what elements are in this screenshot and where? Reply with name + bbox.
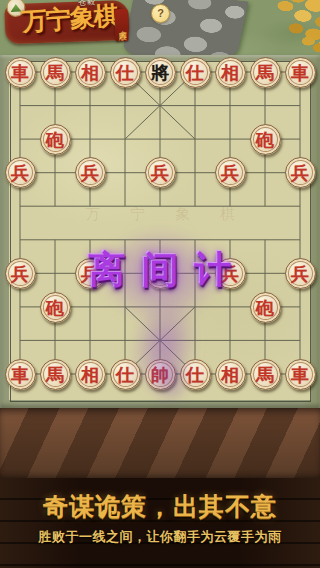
board-cell-r9c7[interactable]: 馬 [248,357,283,391]
banner-subtitle: 胜败于一线之间，让你翻手为云覆手为雨 [0,528,320,546]
board-cell-r3c8[interactable]: 兵 [283,156,318,190]
board-cell-r4c6[interactable] [213,190,248,224]
piece-red-兵[interactable]: 兵 [215,157,246,188]
board-cell-r7c8[interactable] [283,290,318,324]
board-cell-r2c0[interactable] [3,123,38,157]
wooden-table-edge [0,408,320,478]
board-cell-r4c0[interactable] [3,190,38,224]
board-cell-r0c1[interactable]: 馬 [38,56,73,90]
board-cell-r0c6[interactable]: 相 [213,56,248,90]
piece-red-兵[interactable]: 兵 [145,157,176,188]
autumn-leaf-small [298,34,320,52]
piece-red-砲[interactable]: 砲 [40,124,71,155]
logo-edition-ribbon: 大师版 [115,9,129,41]
board-cell-r0c2[interactable]: 相 [73,56,108,90]
board-cell-r4c1[interactable] [38,190,73,224]
stone-path-decoration [121,0,248,55]
piece-red-馬[interactable]: 馬 [40,359,71,390]
board-cell-r0c3[interactable]: 仕 [108,56,143,90]
strategy-title: 离间计 [0,251,320,288]
piece-red-仕[interactable]: 仕 [180,57,211,88]
board-cell-r8c6[interactable] [213,324,248,358]
piece-red-車[interactable]: 車 [5,57,36,88]
board-cell-r1c6[interactable] [213,89,248,123]
game-logo: 苍毅 万宁象棋 大师版 [2,0,138,52]
piece-red-馬[interactable]: 馬 [40,57,71,88]
piece-red-車[interactable]: 車 [5,359,36,390]
board-cell-r1c8[interactable] [283,89,318,123]
piece-red-馬[interactable]: 馬 [250,57,281,88]
board-cell-r1c3[interactable] [108,89,143,123]
piece-red-仕[interactable]: 仕 [110,57,141,88]
board-cell-r1c4[interactable] [143,89,178,123]
board-cell-r4c2[interactable] [73,190,108,224]
piece-red-車[interactable]: 車 [285,359,316,390]
board-cell-r1c5[interactable] [178,89,213,123]
board-cell-r4c3[interactable] [108,190,143,224]
board-cell-r8c1[interactable] [38,324,73,358]
board-cell-r8c8[interactable] [283,324,318,358]
header-garden-scene: 苍毅 万宁象棋 大师版 ? [0,0,320,55]
board-cell-r2c1[interactable]: 砲 [38,123,73,157]
board-cell-r0c7[interactable]: 馬 [248,56,283,90]
piece-red-相[interactable]: 相 [75,359,106,390]
board-cell-r8c2[interactable] [73,324,108,358]
piece-red-兵[interactable]: 兵 [5,157,36,188]
piece-red-馬[interactable]: 馬 [250,359,281,390]
board-cell-r9c8[interactable]: 車 [283,357,318,391]
board-cell-r2c2[interactable] [73,123,108,157]
board-cell-r3c5[interactable] [178,156,213,190]
app-screen: 苍毅 万宁象棋 大师版 ? [0,0,320,568]
board-cell-r4c7[interactable] [248,190,283,224]
board-cell-r0c5[interactable]: 仕 [178,56,213,90]
piece-red-相[interactable]: 相 [75,57,106,88]
xiangqi-board: 万宁象棋 車馬相仕將仕相馬車砲砲兵兵兵兵兵兵兵兵兵兵砲砲車馬相仕帥仕相馬車 离间… [0,55,320,408]
board-cell-r2c6[interactable] [213,123,248,157]
bottom-banner: 奇谋诡策，出其不意 胜败于一线之间，让你翻手为云覆手为雨 [0,478,320,568]
piece-red-砲[interactable]: 砲 [250,292,281,323]
purple-smoke-effect [150,355,190,405]
board-cell-r9c1[interactable]: 馬 [38,357,73,391]
board-cell-r3c3[interactable] [108,156,143,190]
board-cell-r4c5[interactable] [178,190,213,224]
board-cell-r1c1[interactable] [38,89,73,123]
board-cell-r1c2[interactable] [73,89,108,123]
piece-red-砲[interactable]: 砲 [40,292,71,323]
board-cell-r3c4[interactable]: 兵 [143,156,178,190]
board-cell-r9c0[interactable]: 車 [3,357,38,391]
piece-red-相[interactable]: 相 [215,359,246,390]
piece-red-車[interactable]: 車 [285,57,316,88]
board-cell-r3c6[interactable]: 兵 [213,156,248,190]
board-cell-r2c7[interactable]: 砲 [248,123,283,157]
board-cell-r4c8[interactable] [283,190,318,224]
board-cell-r7c1[interactable]: 砲 [38,290,73,324]
board-cell-r2c4[interactable] [143,123,178,157]
board-cell-r3c7[interactable] [248,156,283,190]
board-cell-r7c7[interactable]: 砲 [248,290,283,324]
board-cell-r7c2[interactable] [73,290,108,324]
board-cell-r2c8[interactable] [283,123,318,157]
board-cell-r0c4[interactable]: 將 [143,56,178,90]
piece-red-兵[interactable]: 兵 [285,157,316,188]
board-cell-r1c0[interactable] [3,89,38,123]
piece-red-兵[interactable]: 兵 [75,157,106,188]
piece-red-砲[interactable]: 砲 [250,124,281,155]
board-cell-r7c0[interactable] [3,290,38,324]
banner-title: 奇谋诡策，出其不意 [0,493,320,521]
board-cell-r3c1[interactable] [38,156,73,190]
logo-edition-label: 大师版 [118,24,126,27]
board-cell-r3c0[interactable]: 兵 [3,156,38,190]
board-cell-r0c8[interactable]: 車 [283,56,318,90]
board-cell-r9c2[interactable]: 相 [73,357,108,391]
board-cell-r8c0[interactable] [3,324,38,358]
board-cell-r2c5[interactable] [178,123,213,157]
board-cell-r8c7[interactable] [248,324,283,358]
board-cell-r2c3[interactable] [108,123,143,157]
piece-red-相[interactable]: 相 [215,57,246,88]
board-cell-r4c4[interactable] [143,190,178,224]
board-cell-r9c6[interactable]: 相 [213,357,248,391]
board-cell-r0c0[interactable]: 車 [3,56,38,90]
board-cell-r7c6[interactable] [213,290,248,324]
help-button[interactable]: ? [151,4,170,23]
board-cell-r3c2[interactable]: 兵 [73,156,108,190]
piece-black-將[interactable]: 將 [145,57,176,88]
board-cell-r1c7[interactable] [248,89,283,123]
